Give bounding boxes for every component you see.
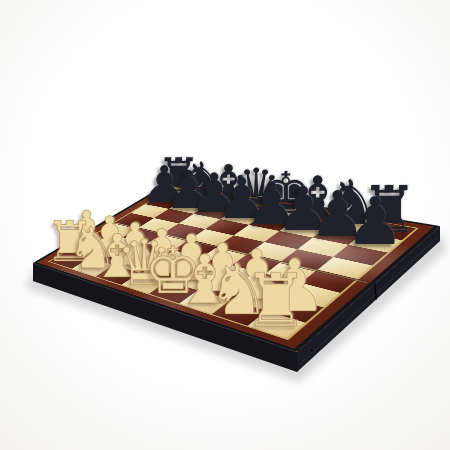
piece-white-knight-g1: ♞ [207, 255, 270, 326]
piece-white-rook-h1: ♜ [243, 264, 309, 338]
piece-black-king-e8: ♚ [260, 165, 311, 222]
piece-white-pawn-h2: ♟ [262, 250, 327, 322]
pieces-layer: ♜♞♝♛♚♝♞♜♟♟♟♟♟♟♟♟♟♟♟♟♟♟♟♟♜♞♝♛♚♝♞♜ [0, 0, 450, 450]
piece-black-rook-h8: ♜ [360, 178, 418, 242]
piece-white-pawn-e2: ♟ [162, 227, 219, 291]
piece-white-bishop-c1: ♝ [91, 225, 145, 285]
piece-black-pawn-d7: ♟ [216, 171, 266, 227]
piece-black-pawn-g7: ♟ [309, 184, 365, 247]
piece-white-pawn-g2: ♟ [226, 242, 288, 311]
piece-white-pawn-a2: ♟ [62, 204, 111, 259]
piece-black-pawn-f7: ♟ [276, 179, 330, 240]
piece-white-pawn-b2: ♟ [85, 209, 136, 266]
piece-black-queen-d8: ♛ [231, 162, 281, 217]
piece-white-pawn-c2: ♟ [109, 215, 162, 274]
piece-white-king-e1: ♚ [144, 239, 202, 304]
piece-black-pawn-e7: ♟ [245, 175, 297, 233]
piece-white-pawn-d2: ♟ [134, 221, 189, 282]
piece-white-bishop-f1: ♝ [174, 246, 235, 314]
piece-black-bishop-c8: ♝ [205, 158, 253, 212]
piece-black-pawn-c7: ♟ [190, 167, 239, 221]
piece-white-knight-b1: ♞ [67, 219, 119, 277]
piece-black-pawn-a7: ♟ [142, 160, 188, 211]
piece-white-rook-a1: ♜ [45, 214, 95, 270]
piece-white-pawn-f2: ♟ [193, 234, 253, 300]
piece-black-pawn-h7: ♟ [345, 189, 404, 255]
piece-black-knight-b8: ♞ [180, 155, 226, 207]
piece-white-queen-d1: ♛ [116, 232, 172, 294]
piece-black-knight-g8: ♞ [324, 173, 379, 235]
piece-black-rook-a8: ♜ [156, 152, 201, 202]
piece-black-pawn-b7: ♟ [165, 164, 212, 217]
product-photo-scene: ♜♞♝♛♚♝♞♜♟♟♟♟♟♟♟♟♟♟♟♟♟♟♟♟♜♞♝♛♚♝♞♜ [0, 0, 450, 450]
piece-black-bishop-f8: ♝ [291, 169, 344, 229]
